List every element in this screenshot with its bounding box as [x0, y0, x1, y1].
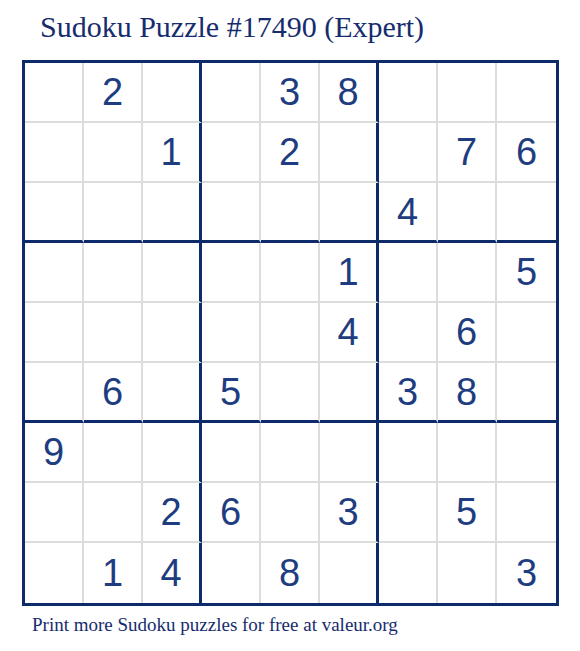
- cell-r3c9: [497, 183, 556, 243]
- sudoku-board: 2381276415466538926351483: [22, 60, 559, 606]
- cell-r6c3: [143, 363, 202, 423]
- cell-r1c2: 2: [84, 63, 143, 123]
- cell-r8c2: [84, 483, 143, 543]
- cell-r6c1: [25, 363, 84, 423]
- cell-r3c8: [438, 183, 497, 243]
- cell-r1c7: [379, 63, 438, 123]
- cell-r4c4: [202, 243, 261, 303]
- cell-r8c1: [25, 483, 84, 543]
- cell-r3c4: [202, 183, 261, 243]
- cell-r3c2: [84, 183, 143, 243]
- cell-r8c5: [261, 483, 320, 543]
- cell-r1c6: 8: [320, 63, 379, 123]
- cell-r6c9: [497, 363, 556, 423]
- cell-r5c1: [25, 303, 84, 363]
- cell-r6c5: [261, 363, 320, 423]
- cell-r3c3: [143, 183, 202, 243]
- cell-r9c9: 3: [497, 543, 556, 603]
- cell-r2c8: 7: [438, 123, 497, 183]
- cell-r4c7: [379, 243, 438, 303]
- cell-r7c7: [379, 423, 438, 483]
- cell-r5c4: [202, 303, 261, 363]
- cell-r6c7: 3: [379, 363, 438, 423]
- cell-r1c5: 3: [261, 63, 320, 123]
- cell-r2c2: [84, 123, 143, 183]
- cell-r6c2: 6: [84, 363, 143, 423]
- cell-r5c8: 6: [438, 303, 497, 363]
- cell-r6c8: 8: [438, 363, 497, 423]
- cell-r7c6: [320, 423, 379, 483]
- cell-r4c2: [84, 243, 143, 303]
- cell-r3c5: [261, 183, 320, 243]
- cell-r1c3: [143, 63, 202, 123]
- cell-r2c1: [25, 123, 84, 183]
- cell-r8c3: 2: [143, 483, 202, 543]
- cell-r8c9: [497, 483, 556, 543]
- cell-r4c5: [261, 243, 320, 303]
- cell-r9c5: 8: [261, 543, 320, 603]
- cell-r2c5: 2: [261, 123, 320, 183]
- cell-r2c4: [202, 123, 261, 183]
- cell-r9c6: [320, 543, 379, 603]
- cell-r9c1: [25, 543, 84, 603]
- cell-r1c9: [497, 63, 556, 123]
- cell-r7c1: 9: [25, 423, 84, 483]
- cell-r9c3: 4: [143, 543, 202, 603]
- cell-r2c6: [320, 123, 379, 183]
- cell-r4c3: [143, 243, 202, 303]
- cell-r1c1: [25, 63, 84, 123]
- cell-r7c5: [261, 423, 320, 483]
- cell-r7c2: [84, 423, 143, 483]
- cell-r3c1: [25, 183, 84, 243]
- cell-r7c9: [497, 423, 556, 483]
- cell-r6c6: [320, 363, 379, 423]
- cell-r7c4: [202, 423, 261, 483]
- cell-r8c7: [379, 483, 438, 543]
- cell-r9c7: [379, 543, 438, 603]
- cell-r5c5: [261, 303, 320, 363]
- cell-r9c2: 1: [84, 543, 143, 603]
- page-title: Sudoku Puzzle #17490 (Expert): [40, 10, 424, 44]
- cell-r4c8: [438, 243, 497, 303]
- cell-r3c7: 4: [379, 183, 438, 243]
- cell-r5c9: [497, 303, 556, 363]
- cell-r5c3: [143, 303, 202, 363]
- cell-r4c1: [25, 243, 84, 303]
- cell-r9c4: [202, 543, 261, 603]
- cell-r2c7: [379, 123, 438, 183]
- cell-r1c4: [202, 63, 261, 123]
- cell-r6c4: 5: [202, 363, 261, 423]
- cell-r2c3: 1: [143, 123, 202, 183]
- cell-r5c7: [379, 303, 438, 363]
- cell-r4c9: 5: [497, 243, 556, 303]
- cell-r3c6: [320, 183, 379, 243]
- cell-r5c2: [84, 303, 143, 363]
- cell-r7c3: [143, 423, 202, 483]
- cell-r8c8: 5: [438, 483, 497, 543]
- footer-text: Print more Sudoku puzzles for free at va…: [32, 614, 398, 636]
- cell-r7c8: [438, 423, 497, 483]
- cell-r4c6: 1: [320, 243, 379, 303]
- cell-r8c6: 3: [320, 483, 379, 543]
- cell-r5c6: 4: [320, 303, 379, 363]
- cell-r8c4: 6: [202, 483, 261, 543]
- cell-r1c8: [438, 63, 497, 123]
- cell-r2c9: 6: [497, 123, 556, 183]
- cell-r9c8: [438, 543, 497, 603]
